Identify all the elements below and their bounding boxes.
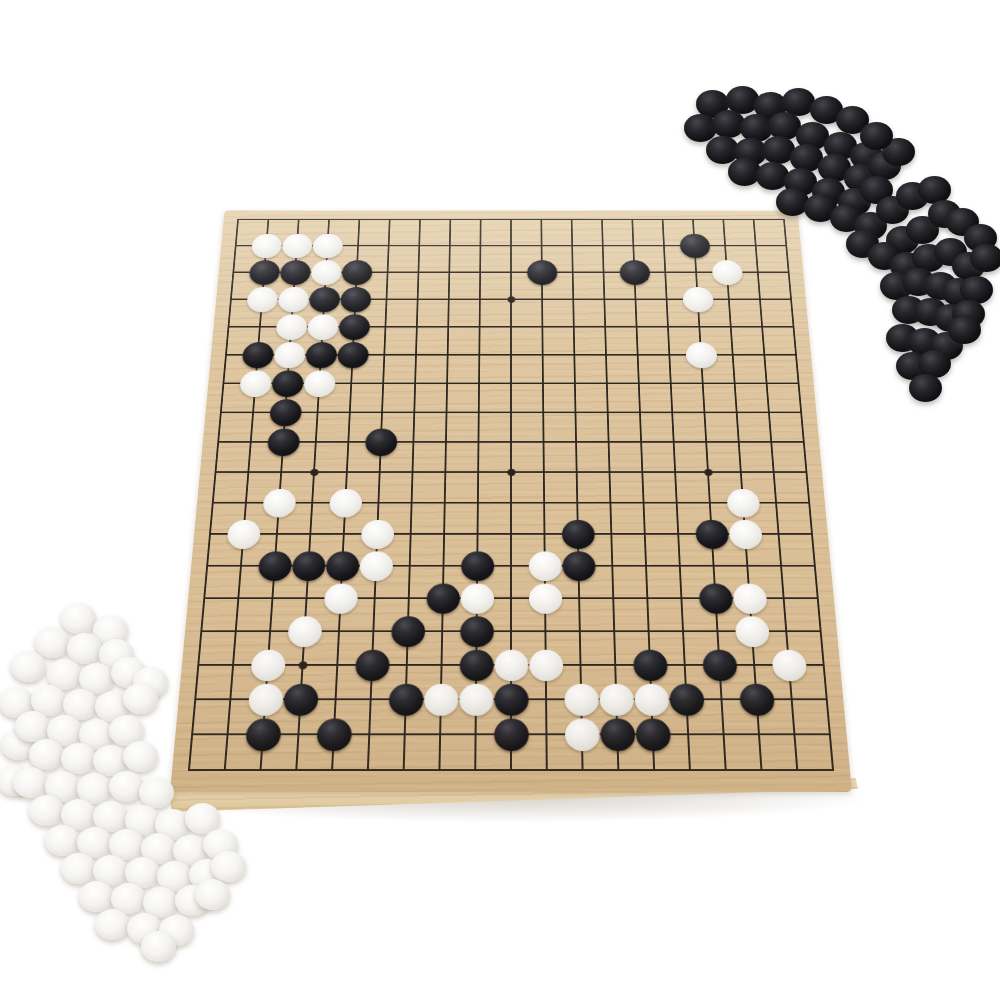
pile-stone-black [768, 112, 801, 140]
board-stone-black [325, 551, 359, 581]
pile-stone-black [846, 230, 879, 258]
pile-stone-white [45, 771, 80, 802]
board-stone-white [529, 649, 563, 680]
board-stone-black [341, 260, 372, 285]
board-stone-white [250, 234, 282, 258]
pile-stone-white [125, 857, 160, 888]
board-stone-black [600, 718, 635, 751]
pile-stone-white [123, 741, 158, 772]
board-stone-black [527, 260, 557, 285]
pile-stone-black [914, 298, 947, 326]
pile-stone-black [838, 188, 871, 216]
pile-stone-black [818, 154, 851, 182]
pile-stone-black [890, 252, 923, 280]
board-stone-black [619, 260, 650, 285]
board-stone-white [277, 287, 309, 312]
board-stone-white [564, 683, 599, 715]
pile-stone-white [45, 825, 80, 856]
board-stone-black [459, 649, 493, 680]
pile-stone-black [908, 328, 941, 356]
pile-stone-black [756, 162, 789, 190]
pile-stone-black [960, 276, 993, 304]
board-stone-white [459, 683, 493, 715]
pile-stone-black [918, 176, 951, 204]
pile-stone-black [860, 176, 893, 204]
pile-stone-white [13, 767, 48, 798]
pile-stone-white [35, 627, 70, 658]
board-stone-white [328, 489, 362, 518]
pile-stone-white [123, 683, 158, 714]
pile-stone-white [47, 715, 82, 746]
pile-stone-white [79, 881, 114, 912]
board-stone-white [634, 683, 669, 715]
pile-stone-white [79, 719, 114, 750]
board-stone-white [726, 489, 760, 518]
pile-stone-black [782, 88, 815, 116]
board-stone-white [423, 683, 458, 715]
pile-stone-white [203, 829, 238, 860]
board-stone-black [305, 342, 337, 368]
pile-stone-white [31, 685, 66, 716]
board-stone-white [494, 649, 528, 680]
pile-stone-black [734, 138, 767, 166]
pile-stone-black [934, 238, 967, 266]
pile-stone-black [804, 194, 837, 222]
board-stone-black [364, 428, 397, 455]
pile-stone-white [61, 743, 96, 774]
pile-stone-black [854, 212, 887, 240]
board-stone-white [771, 649, 807, 680]
pile-stone-white [141, 833, 176, 864]
board-stone-black [695, 519, 729, 548]
pile-stone-white [157, 861, 192, 892]
board-stone-white [226, 519, 261, 548]
pile-stone-black [928, 200, 961, 228]
board-stone-black [494, 683, 528, 715]
board-stone-black [241, 342, 274, 368]
pile-stone-black [860, 122, 893, 150]
board-stone-white [323, 583, 358, 613]
pile-stone-black [728, 158, 761, 186]
board-stone-black [282, 683, 318, 715]
board-stone-black [738, 683, 774, 715]
pile-stone-black [706, 136, 739, 164]
pile-stone-white [93, 745, 128, 776]
board-stone-white [312, 234, 343, 258]
pile-stone-white [11, 651, 46, 682]
board-stone-black [266, 428, 300, 455]
pile-stone-black [902, 268, 935, 296]
pile-stone-black [896, 352, 929, 380]
pile-stone-black [918, 350, 951, 378]
star-point [298, 661, 307, 669]
board-grid [188, 219, 834, 771]
pile-stone-white [109, 829, 144, 860]
board-stone-white [564, 718, 599, 751]
pile-stone-black [762, 136, 795, 164]
pile-stone-white [93, 855, 128, 886]
pile-stone-white [109, 715, 144, 746]
pile-stone-black [886, 226, 919, 254]
pile-stone-black [882, 138, 915, 166]
board-stone-black [269, 399, 302, 426]
board-stone-black [308, 287, 340, 312]
board-stone-black [562, 551, 595, 581]
pile-stone-black [836, 106, 869, 134]
board-stone-white [287, 616, 322, 647]
pile-stone-white [63, 689, 98, 720]
pile-stone-black [934, 304, 967, 332]
board-stone-black [245, 718, 282, 751]
board-stone-black [248, 260, 280, 285]
pile-stone-white [143, 887, 178, 918]
board-stone-white [528, 583, 561, 613]
pile-stone-black [824, 132, 857, 160]
board-stone-white [281, 234, 312, 258]
pile-stone-white [61, 799, 96, 830]
pile-stone-white [95, 691, 130, 722]
pile-stone-black [796, 122, 829, 150]
photo-scene [0, 0, 1000, 1000]
pile-stone-white [99, 639, 134, 670]
board-stone-white [246, 287, 278, 312]
pile-stone-white [79, 663, 114, 694]
board-stone-white [734, 616, 770, 647]
board-stone-white [307, 314, 339, 340]
pile-stone-black [784, 168, 817, 196]
board-stone-white [262, 489, 296, 518]
board-stone-black [291, 551, 326, 581]
board-stone-black [460, 616, 494, 647]
pile-stone-black [844, 164, 877, 192]
pile-stone-black [924, 272, 957, 300]
board-stone-white [711, 260, 743, 285]
board-stone-black [340, 287, 371, 312]
pile-stone-white [47, 659, 82, 690]
pile-stone-black [892, 296, 925, 324]
board-stone-white [359, 551, 393, 581]
board-stone-black [633, 649, 668, 680]
pile-stone-white [211, 851, 246, 882]
board-stone-white [685, 342, 717, 368]
pile-stone-black [880, 272, 913, 300]
pile-stone-white [141, 931, 176, 962]
pile-stone-black [948, 316, 981, 344]
board-stone-white [599, 683, 634, 715]
pile-stone-black [896, 182, 929, 210]
pile-stone-white [29, 739, 64, 770]
pile-stone-white [111, 883, 146, 914]
board-stone-white [682, 287, 714, 312]
pile-stone-black [696, 90, 729, 118]
pile-stone-black [812, 178, 845, 206]
board-stone-white [303, 370, 336, 397]
pile-stone-black [726, 86, 759, 114]
board-stone-white [732, 583, 767, 613]
pile-stone-white [127, 913, 162, 944]
pile-stone-white [61, 853, 96, 884]
board-stone-black [337, 342, 369, 368]
star-point [507, 468, 515, 475]
pile-stone-white [109, 771, 144, 802]
board-stone-white [275, 314, 307, 340]
board-stone-white [528, 551, 561, 581]
board-stone-white [360, 519, 394, 548]
pile-stone-black [868, 152, 901, 180]
board-stone-white [310, 260, 341, 285]
pile-stone-white [0, 687, 34, 718]
board-stone-black [635, 718, 671, 751]
pile-stone-white [111, 657, 146, 688]
pile-stone-black [754, 92, 787, 120]
pile-stone-black [952, 300, 985, 328]
pile-stone-black [684, 114, 717, 142]
board-stone-black [461, 551, 494, 581]
pile-stone-black [964, 224, 997, 252]
board-stone-white [460, 583, 493, 613]
pile-stone-white [1, 729, 36, 760]
pile-stone-black [909, 374, 942, 402]
pile-stone-black [810, 96, 843, 124]
go-board [170, 211, 852, 792]
pile-stone-black [946, 208, 979, 236]
board-stone-white [273, 342, 306, 368]
pile-stone-black [942, 278, 975, 306]
board-stone-black [561, 519, 594, 548]
board-stone-black [257, 551, 292, 581]
pile-stone-black [886, 324, 919, 352]
pile-stone-black [912, 244, 945, 272]
pile-stone-black [906, 216, 939, 244]
pile-stone-black [712, 110, 745, 138]
pile-stone-black [876, 196, 909, 224]
pile-stone-black [790, 144, 823, 172]
board-stone-black [316, 718, 352, 751]
board-stone-black [426, 583, 460, 613]
pile-stone-black [850, 142, 883, 170]
pile-stone-white [15, 711, 50, 742]
board-stone-black [388, 683, 423, 715]
board-stone-black [271, 370, 304, 397]
star-point [310, 468, 319, 475]
pile-stone-black [930, 332, 963, 360]
pile-stone-white [77, 773, 112, 804]
board-stone-black [354, 649, 389, 680]
board-stone-black [338, 314, 370, 340]
pile-stone-black [952, 252, 985, 280]
pile-stone-white [29, 795, 64, 826]
board-stone-black [494, 718, 529, 751]
pile-stone-white [77, 827, 112, 858]
pile-stone-white [0, 765, 32, 796]
pile-stone-white [195, 879, 230, 910]
pile-stone-white [189, 859, 224, 890]
board-stone-black [698, 583, 733, 613]
pile-stone-white [61, 603, 96, 634]
board-stone-black [679, 234, 710, 258]
board-stone-black [279, 260, 311, 285]
pile-stone-white [175, 885, 210, 916]
pile-stone-white [95, 909, 130, 940]
board-stone-white [247, 683, 283, 715]
board-stone-black [669, 683, 705, 715]
pile-stone-black [868, 242, 901, 270]
pile-stone-white [133, 667, 168, 698]
pile-stone-black [970, 244, 1000, 272]
star-point [704, 468, 713, 475]
star-point [507, 296, 515, 302]
pile-stone-white [93, 615, 128, 646]
pile-stone-black [740, 114, 773, 142]
pile-stone-white [159, 915, 194, 946]
board-stone-black [702, 649, 738, 680]
board-stone-white [250, 649, 286, 680]
board-stone-black [391, 616, 425, 647]
board-stone-white [728, 519, 763, 548]
pile-stone-white [173, 835, 208, 866]
pile-stone-white [67, 633, 102, 664]
pile-stone-black [830, 204, 863, 232]
pile-stone-white [93, 801, 128, 832]
board-stone-white [239, 370, 272, 397]
